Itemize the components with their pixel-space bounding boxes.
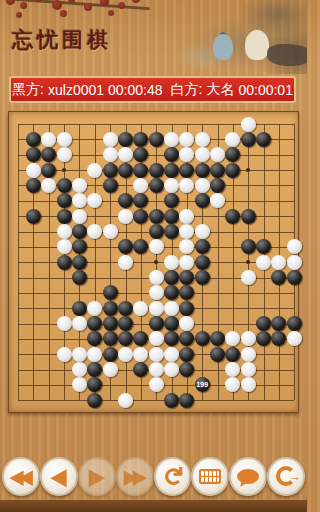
chat-button[interactable] xyxy=(229,457,267,496)
black-stone xyxy=(225,147,240,162)
black-player-label: 黑方: xyxy=(12,81,44,99)
circular-arrows-icon: ↻ xyxy=(162,465,183,487)
count-score-button[interactable] xyxy=(191,457,229,496)
blossom-dot xyxy=(6,0,15,5)
black-stone xyxy=(164,193,179,208)
white-stone xyxy=(210,193,225,208)
white-stone xyxy=(164,255,179,270)
white-stone xyxy=(87,163,102,178)
white-stone xyxy=(179,147,194,162)
black-stone xyxy=(103,301,118,316)
white-stone xyxy=(118,209,133,224)
white-stone xyxy=(72,193,87,208)
white-stone xyxy=(118,347,133,362)
black-stone xyxy=(103,347,118,362)
step-forward-button: ▶ xyxy=(78,457,116,496)
star-point xyxy=(62,168,66,172)
black-stone xyxy=(241,239,256,254)
black-stone xyxy=(164,316,179,331)
white-stone xyxy=(149,331,164,346)
black-stone xyxy=(241,132,256,147)
black-stone xyxy=(133,193,148,208)
black-stone xyxy=(256,239,271,254)
white-stone xyxy=(287,331,302,346)
white-stone xyxy=(241,347,256,362)
last-move-number: 199 xyxy=(196,381,208,388)
white-stone xyxy=(57,347,72,362)
black-stone xyxy=(164,331,179,346)
black-stone xyxy=(87,362,102,377)
white-stone xyxy=(225,362,240,377)
black-stone xyxy=(164,270,179,285)
black-stone xyxy=(72,255,87,270)
black-stone xyxy=(72,239,87,254)
black-stone xyxy=(179,301,194,316)
black-stone xyxy=(72,301,87,316)
black-stone xyxy=(164,163,179,178)
white-stone xyxy=(41,178,56,193)
black-stone xyxy=(57,255,72,270)
black-stone xyxy=(287,316,302,331)
black-stone xyxy=(26,209,41,224)
black-stone xyxy=(118,163,133,178)
white-stone xyxy=(149,347,164,362)
black-stone xyxy=(287,270,302,285)
black-stone xyxy=(164,285,179,300)
black-stone xyxy=(57,178,72,193)
star-point xyxy=(246,168,250,172)
white-stone xyxy=(149,301,164,316)
toolbar: ◀◀◀▶▶▶↻ xyxy=(0,452,307,500)
black-stone xyxy=(210,178,225,193)
black-stone xyxy=(72,224,87,239)
white-stone xyxy=(57,132,72,147)
bottom-shadow-strip xyxy=(0,500,307,512)
black-stone xyxy=(103,163,118,178)
black-stone xyxy=(87,316,102,331)
black-stone xyxy=(210,163,225,178)
black-stone xyxy=(118,316,133,331)
black-stone xyxy=(87,393,102,408)
white-stone xyxy=(287,239,302,254)
black-stone xyxy=(133,239,148,254)
black-stone xyxy=(118,193,133,208)
black-player-clock: 00:00:48 xyxy=(108,82,163,98)
white-stone xyxy=(179,209,194,224)
black-stone xyxy=(41,163,56,178)
black-stone xyxy=(241,209,256,224)
speech-bubble-icon xyxy=(237,469,259,484)
blossom-dot xyxy=(52,0,62,10)
white-stone xyxy=(256,255,271,270)
black-stone: 199 xyxy=(195,377,210,392)
black-stone xyxy=(225,163,240,178)
white-stone xyxy=(87,224,102,239)
black-stone xyxy=(164,224,179,239)
white-stone xyxy=(72,362,87,377)
seated-figure-icon xyxy=(245,30,269,60)
black-stone xyxy=(179,163,194,178)
black-stone xyxy=(103,316,118,331)
white-stone xyxy=(41,132,56,147)
black-stone xyxy=(133,331,148,346)
black-stone xyxy=(195,331,210,346)
black-stone xyxy=(133,362,148,377)
black-stone xyxy=(57,193,72,208)
black-stone xyxy=(164,209,179,224)
black-stone xyxy=(195,163,210,178)
white-stone xyxy=(179,316,194,331)
white-stone xyxy=(149,362,164,377)
black-stone xyxy=(103,331,118,346)
white-stone xyxy=(87,193,102,208)
white-stone xyxy=(195,132,210,147)
white-stone xyxy=(179,132,194,147)
white-stone xyxy=(225,132,240,147)
black-stone xyxy=(210,347,225,362)
black-stone xyxy=(179,270,194,285)
black-stone xyxy=(225,347,240,362)
white-stone xyxy=(133,347,148,362)
black-stone xyxy=(256,132,271,147)
rock-decoration xyxy=(267,44,307,66)
black-stone xyxy=(271,316,286,331)
game-status-bar: 黑方:xulz0001 00:00:48 白方:大名 00:00:01 xyxy=(9,76,296,103)
abacus-grid-icon xyxy=(199,469,221,484)
white-stone xyxy=(195,224,210,239)
black-stone xyxy=(149,316,164,331)
black-stone xyxy=(133,132,148,147)
white-stone xyxy=(195,147,210,162)
white-stone xyxy=(103,132,118,147)
black-stone xyxy=(179,347,194,362)
white-stone xyxy=(57,147,72,162)
white-stone xyxy=(195,178,210,193)
black-stone xyxy=(179,285,194,300)
white-stone xyxy=(241,270,256,285)
black-stone xyxy=(149,209,164,224)
white-player-clock: 00:00:01 xyxy=(238,82,293,98)
white-stone xyxy=(149,270,164,285)
white-player-name: 大名 xyxy=(206,81,234,99)
blossom-dot xyxy=(132,0,140,3)
black-stone xyxy=(72,270,87,285)
black-stone xyxy=(118,331,133,346)
star-point xyxy=(154,260,158,264)
white-stone xyxy=(118,255,133,270)
fast-forward-button: ▶▶ xyxy=(116,457,154,496)
white-stone xyxy=(164,362,179,377)
go-board[interactable]: 199 xyxy=(8,111,299,413)
black-stone xyxy=(133,147,148,162)
white-stone xyxy=(72,347,87,362)
double-right-triangle-icon: ▶▶ xyxy=(124,467,142,486)
white-stone xyxy=(164,347,179,362)
step-back-button[interactable]: ◀ xyxy=(40,457,78,496)
white-stone xyxy=(164,132,179,147)
white-stone xyxy=(271,255,286,270)
black-stone xyxy=(164,147,179,162)
black-stone xyxy=(57,209,72,224)
black-stone xyxy=(256,316,271,331)
black-stone xyxy=(256,331,271,346)
white-stone xyxy=(72,209,87,224)
blossom-dot xyxy=(118,2,125,9)
white-stone xyxy=(164,301,179,316)
black-stone xyxy=(41,147,56,162)
white-stone xyxy=(287,255,302,270)
white-stone xyxy=(57,239,72,254)
white-stone xyxy=(149,285,164,300)
rewind-to-start-button[interactable]: ◀◀ xyxy=(2,457,40,496)
white-stone xyxy=(118,147,133,162)
black-stone xyxy=(271,331,286,346)
white-stone xyxy=(87,301,102,316)
blossom-dot xyxy=(84,3,92,11)
white-stone xyxy=(26,163,41,178)
refresh-button[interactable]: ↻ xyxy=(154,457,192,496)
star-point xyxy=(246,260,250,264)
white-stone xyxy=(149,377,164,392)
black-stone xyxy=(179,331,194,346)
black-stone xyxy=(225,209,240,224)
blossom-dot xyxy=(20,2,27,9)
white-stone xyxy=(103,147,118,162)
white-stone xyxy=(149,239,164,254)
black-stone xyxy=(26,178,41,193)
black-stone xyxy=(87,331,102,346)
black-stone xyxy=(164,393,179,408)
black-stone xyxy=(133,209,148,224)
black-stone xyxy=(149,163,164,178)
black-stone xyxy=(118,132,133,147)
left-triangle-icon: ◀ xyxy=(51,465,66,487)
white-stone xyxy=(225,331,240,346)
header: 忘忧围棋 xyxy=(0,0,307,74)
black-stone xyxy=(195,270,210,285)
white-stone xyxy=(179,255,194,270)
grid-line xyxy=(18,400,294,401)
white-stone xyxy=(133,178,148,193)
white-stone xyxy=(57,316,72,331)
white-stone xyxy=(57,224,72,239)
right-triangle-icon: ▶ xyxy=(89,465,104,487)
white-stone xyxy=(87,347,102,362)
exit-button[interactable] xyxy=(267,457,305,496)
blossom-dot xyxy=(108,10,114,16)
black-stone xyxy=(149,132,164,147)
black-stone xyxy=(133,163,148,178)
white-stone xyxy=(179,224,194,239)
white-stone xyxy=(72,377,87,392)
white-stone xyxy=(179,178,194,193)
blossom-dot xyxy=(60,10,67,17)
white-stone xyxy=(241,331,256,346)
black-stone xyxy=(103,178,118,193)
black-stone xyxy=(195,255,210,270)
black-stone xyxy=(179,362,194,377)
white-stone xyxy=(72,178,87,193)
black-stone xyxy=(210,331,225,346)
circle-arrow-out-icon xyxy=(276,466,296,486)
black-player-name: xulz0001 xyxy=(48,82,104,98)
white-stone xyxy=(179,239,194,254)
black-stone xyxy=(26,132,41,147)
black-stone xyxy=(118,239,133,254)
black-stone xyxy=(195,193,210,208)
white-stone xyxy=(210,147,225,162)
seated-figure-icon xyxy=(213,34,233,60)
white-stone xyxy=(103,224,118,239)
white-stone xyxy=(241,117,256,132)
black-stone xyxy=(87,377,102,392)
app-title: 忘忧围棋 xyxy=(12,26,112,54)
white-stone xyxy=(164,178,179,193)
black-stone xyxy=(118,301,133,316)
white-stone xyxy=(133,301,148,316)
double-left-triangle-icon: ◀◀ xyxy=(10,467,28,486)
white-stone xyxy=(103,362,118,377)
black-stone xyxy=(26,147,41,162)
black-stone xyxy=(103,285,118,300)
white-stone xyxy=(225,377,240,392)
white-player-label: 白方: xyxy=(171,81,203,99)
black-stone xyxy=(179,393,194,408)
black-stone xyxy=(195,239,210,254)
white-stone xyxy=(241,362,256,377)
black-stone xyxy=(271,270,286,285)
white-stone xyxy=(118,393,133,408)
white-stone xyxy=(241,377,256,392)
black-stone xyxy=(149,178,164,193)
white-stone xyxy=(72,316,87,331)
black-stone xyxy=(149,224,164,239)
blossom-dot xyxy=(16,12,22,18)
